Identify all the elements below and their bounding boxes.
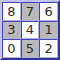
tile-3[interactable]: 3 xyxy=(2,21,21,40)
tile-1[interactable]: 1 xyxy=(39,21,58,40)
puzzle-board: 8 7 6 3 4 1 0 5 2 xyxy=(0,0,60,60)
tile-0[interactable]: 0 xyxy=(2,39,21,58)
tile-8[interactable]: 8 xyxy=(2,2,21,21)
tile-4[interactable]: 4 xyxy=(21,21,40,40)
tile-2[interactable]: 2 xyxy=(39,39,58,58)
tile-7[interactable]: 7 xyxy=(21,2,40,21)
tile-6[interactable]: 6 xyxy=(39,2,58,21)
tile-5[interactable]: 5 xyxy=(21,39,40,58)
